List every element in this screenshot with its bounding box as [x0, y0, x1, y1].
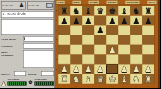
menu-item-edit[interactable]: EDIT [72, 1, 81, 4]
square-b2[interactable]: ♟ [70, 64, 82, 74]
opponent-meter-label: OPPONENT [8, 79, 20, 81]
square-a2[interactable]: ♟ [58, 64, 70, 74]
white-pawn-e4: ♟ [108, 45, 116, 54]
app-window: 0:00:05 ♟ 0:00:08 1. e2-e4 d7-d6 YOUR MO… [0, 0, 160, 88]
white-knight-b1: ♞ [72, 74, 80, 83]
rank-label-left-6: 6 [55, 29, 58, 31]
opponent-clock-time: 0:00:05 [2, 4, 13, 7]
file-label-e: E [106, 85, 118, 87]
rank-label-left-1: 1 [55, 78, 58, 80]
square-d6[interactable]: ♟ [94, 25, 106, 35]
square-b1[interactable]: ♞ [70, 74, 82, 84]
text-cursor [24, 37, 25, 40]
file-label-h: H [142, 85, 154, 87]
computer-king-icon: ♚ [28, 80, 33, 86]
square-a8[interactable]: ♜ [58, 6, 70, 16]
white-rook-h1: ♜ [144, 74, 152, 83]
square-c6[interactable] [82, 25, 94, 35]
square-b5[interactable] [70, 35, 82, 45]
black-pawn-h7: ♟ [144, 16, 152, 25]
black-rook-a8: ♜ [60, 6, 68, 15]
square-f6[interactable] [118, 25, 130, 35]
opponent-pawn-icon: ♟ [1, 80, 6, 89]
square-h4[interactable] [142, 45, 154, 55]
square-a4[interactable] [58, 45, 70, 55]
square-h8[interactable]: ♜ [142, 6, 154, 16]
square-d4[interactable] [94, 45, 106, 55]
square-h5[interactable] [142, 35, 154, 45]
menu-item-file[interactable]: FILE [57, 1, 65, 4]
black-king-e8: ♚ [108, 6, 116, 15]
square-b8[interactable]: ♞ [70, 6, 82, 16]
square-f8[interactable]: ♝ [118, 6, 130, 16]
file-label-d: D [94, 85, 106, 87]
menu-item-level[interactable]: LEVEL [107, 1, 118, 4]
square-g6[interactable] [130, 25, 142, 35]
opponent-clock-box: 0:00:05 ♟ [1, 1, 26, 10]
comment-label: COMMENT [1, 54, 13, 57]
black-pawn-e7: ♟ [108, 16, 116, 25]
your-move-label: YOUR MOVE [1, 38, 16, 41]
square-c3[interactable] [82, 55, 94, 65]
computer-clock-box: 0:00:08 [27, 1, 54, 10]
white-pawn-d2: ♟ [96, 65, 104, 74]
square-a7[interactable]: ♟ [58, 16, 70, 26]
white-bishop-f1: ♝ [120, 74, 128, 83]
computer-clock-time: 0:00:08 [28, 4, 39, 7]
your-move-input[interactable] [23, 36, 54, 42]
menu-bar: FILEEDITGAMELEVELOPTIONSPLAY [55, 0, 158, 5]
square-d7[interactable] [94, 16, 106, 26]
rank-label-right-5: 5 [158, 39, 161, 41]
square-a1[interactable]: ♜ [58, 74, 70, 84]
best-line-box[interactable] [23, 50, 54, 68]
rank-label-right-3: 3 [158, 58, 161, 60]
square-h6[interactable] [142, 25, 154, 35]
rank-label-right-7: 7 [158, 19, 161, 21]
computer-level-meter [35, 82, 55, 86]
square-d2[interactable]: ♟ [94, 64, 106, 74]
square-e6[interactable] [106, 25, 118, 35]
rank-label-left-7: 7 [55, 19, 58, 21]
square-e1[interactable]: ♚ [106, 74, 118, 84]
file-label-c: C [82, 85, 94, 87]
black-pawn-a7: ♟ [60, 16, 68, 25]
square-e3[interactable] [106, 55, 118, 65]
square-e2[interactable] [106, 64, 118, 74]
square-c8[interactable]: ♝ [82, 6, 94, 16]
square-h3[interactable] [142, 55, 154, 65]
square-e5[interactable] [106, 35, 118, 45]
square-a5[interactable] [58, 35, 70, 45]
white-king-e1: ♚ [108, 74, 116, 83]
black-pawn-f7: ♟ [120, 16, 128, 25]
square-h7[interactable]: ♟ [142, 16, 154, 26]
square-h2[interactable]: ♟ [142, 64, 154, 74]
square-b3[interactable] [70, 55, 82, 65]
white-pawn-a2: ♟ [60, 65, 68, 74]
square-d3[interactable] [94, 55, 106, 65]
square-g1[interactable]: ♞ [130, 74, 142, 84]
black-queen-d8: ♛ [96, 6, 104, 15]
rank-label-right-6: 6 [158, 29, 161, 31]
board-frame: FILEEDITGAMELEVELOPTIONSPLAY ♜♞♝♛♚♝♞♜♟♟♟… [55, 0, 160, 88]
square-g5[interactable] [130, 35, 142, 45]
square-d1[interactable]: ♛ [94, 74, 106, 84]
square-g8[interactable]: ♞ [130, 6, 142, 16]
file-label-f: F [118, 85, 130, 87]
rank-label-right-1: 1 [158, 78, 161, 80]
square-f3[interactable] [118, 55, 130, 65]
rank-label-left-5: 5 [55, 39, 58, 41]
square-g7[interactable]: ♟ [130, 16, 142, 26]
white-pawn-f2: ♟ [120, 65, 128, 74]
square-e8[interactable]: ♚ [106, 6, 118, 16]
last-move-display: 1. e2-e4 d7-d6 [1, 11, 54, 18]
rank-label-left-8: 8 [55, 9, 58, 11]
square-e7[interactable]: ♟ [106, 16, 118, 26]
square-f1[interactable]: ♝ [118, 74, 130, 84]
move-list-box[interactable] [1, 19, 54, 35]
file-label-g: G [130, 85, 142, 87]
black-bishop-f8: ♝ [120, 6, 128, 15]
square-f4[interactable] [118, 45, 130, 55]
square-b7[interactable]: ♟ [70, 16, 82, 26]
square-a6[interactable] [58, 25, 70, 35]
black-knight-g8: ♞ [132, 6, 140, 15]
black-pawn-g7: ♟ [132, 16, 140, 25]
score-label: SCORE [28, 73, 37, 76]
control-panel: 0:00:05 ♟ 0:00:08 1. e2-e4 d7-d6 YOUR MO… [0, 0, 55, 88]
square-e4[interactable]: ♟ [106, 45, 118, 55]
square-c5[interactable] [82, 35, 94, 45]
rank-label-left-3: 3 [55, 58, 58, 60]
square-c2[interactable]: ♟ [82, 64, 94, 74]
chess-board: ♜♞♝♛♚♝♞♜♟♟♟♟♟♟♟♟♟♟♟♟♟♟♟♟♜♞♝♛♚♝♞♜ [58, 6, 155, 85]
rank-label-right-8: 8 [158, 9, 161, 11]
black-pawn-c7: ♟ [84, 16, 92, 25]
white-queen-d1: ♛ [96, 74, 104, 83]
black-rook-h8: ♜ [144, 6, 152, 15]
computer-icon [46, 3, 53, 8]
opponent-level-meter [8, 82, 27, 86]
square-d8[interactable]: ♛ [94, 6, 106, 16]
rank-label-left-2: 2 [55, 68, 58, 70]
thinking-label: THINKING [1, 45, 13, 48]
menu-item-options[interactable]: OPTIONS [125, 1, 139, 4]
black-bishop-c8: ♝ [84, 6, 92, 15]
square-g4[interactable] [130, 45, 142, 55]
square-g3[interactable] [130, 55, 142, 65]
square-h1[interactable]: ♜ [142, 74, 154, 84]
square-b6[interactable] [70, 25, 82, 35]
white-knight-g1: ♞ [132, 74, 140, 83]
white-pawn-h2: ♟ [144, 65, 152, 74]
square-b4[interactable] [70, 45, 82, 55]
square-f7[interactable]: ♟ [118, 16, 130, 26]
menu-item-play[interactable]: PLAY [147, 1, 156, 4]
rank-label-right-2: 2 [158, 68, 161, 70]
black-knight-b8: ♞ [72, 6, 80, 15]
square-f2[interactable]: ♟ [118, 64, 130, 74]
square-c4[interactable] [82, 45, 94, 55]
square-d5[interactable] [94, 35, 106, 45]
square-g2[interactable]: ♟ [130, 64, 142, 74]
square-c7[interactable]: ♟ [82, 16, 94, 26]
white-pawn-c2: ♟ [84, 65, 92, 74]
square-a3[interactable] [58, 55, 70, 65]
file-label-a: A [58, 85, 70, 87]
square-f5[interactable] [118, 35, 130, 45]
rank-label-right-4: 4 [158, 48, 161, 50]
depth-label: DEPTH [1, 73, 9, 76]
best-label: BEST [1, 51, 7, 54]
thinking-display [23, 43, 54, 49]
white-pawn-b2: ♟ [72, 65, 80, 74]
rank-label-left-4: 4 [55, 48, 58, 50]
depth-value-box [14, 71, 26, 76]
white-pawn-g2: ♟ [132, 65, 140, 74]
menu-item-game[interactable]: GAME [89, 1, 99, 4]
computer-meter-label: COMPUTER [35, 79, 47, 81]
white-rook-a1: ♜ [60, 74, 68, 83]
black-pawn-b7: ♟ [72, 16, 80, 25]
white-bishop-c1: ♝ [84, 74, 92, 83]
file-label-b: B [70, 85, 82, 87]
opponent-player-icon: ♟ [19, 2, 24, 8]
score-value-box [41, 71, 54, 76]
square-c1[interactable]: ♝ [82, 74, 94, 84]
black-pawn-d6: ♟ [96, 26, 104, 35]
